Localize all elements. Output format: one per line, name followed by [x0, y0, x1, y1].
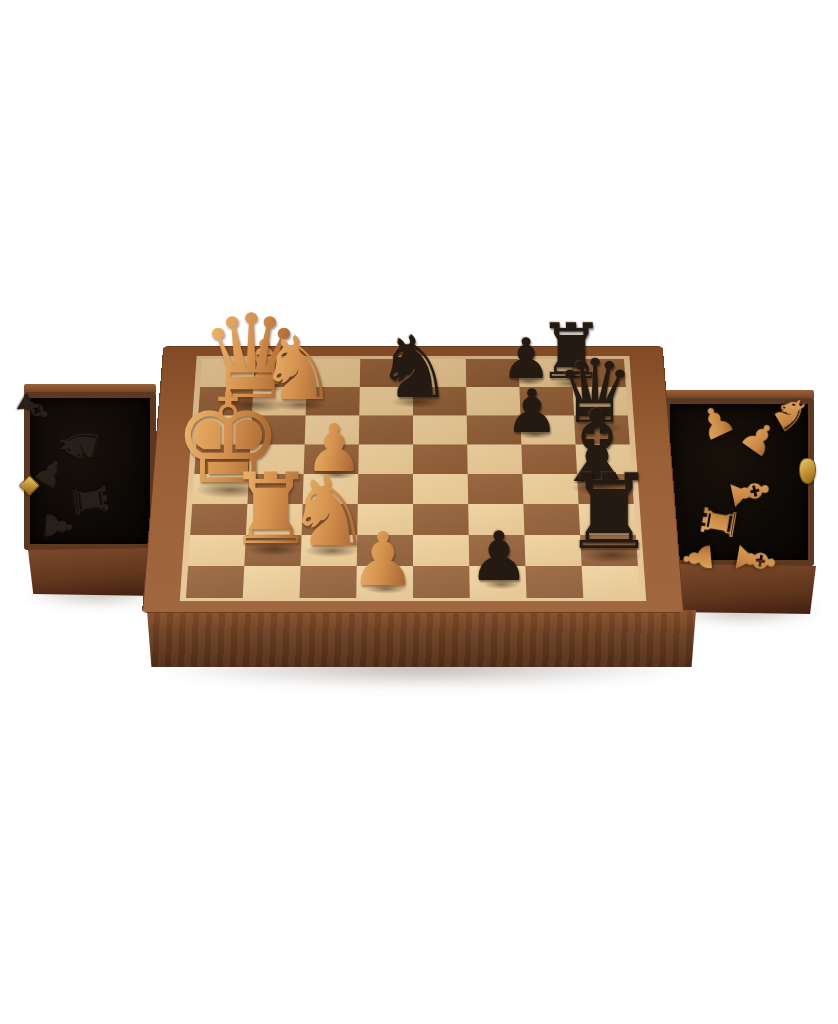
captured-white-piece-right-6: ♟ [678, 539, 719, 576]
product-photo-chess-set: ♟♜♝♞♛♞♛♟♟♝♚♜♞♜♟♟ ♝♞♟♜♟♟♟♞♝♜♝♟ [0, 0, 838, 1024]
square-e3[interactable] [413, 504, 469, 535]
piece-black-pawn-f1[interactable]: ♟ [469, 523, 530, 591]
square-e2[interactable] [413, 535, 469, 566]
piece-black-rook-h2[interactable]: ♜ [562, 460, 655, 564]
chess-box-front-face [147, 610, 696, 667]
square-f5[interactable] [467, 444, 522, 474]
captured-white-piece-right-5: ♝ [726, 533, 785, 588]
captured-black-piece-left-4: ♟ [39, 508, 78, 543]
piece-black-knight-d7[interactable]: ♞ [375, 324, 452, 410]
piece-black-pawn-f6[interactable]: ♟ [505, 381, 559, 441]
tray-left-front-face [28, 548, 160, 596]
square-a1[interactable] [186, 566, 244, 598]
square-d6[interactable] [359, 415, 413, 444]
square-f4[interactable] [468, 474, 524, 504]
square-e4[interactable] [413, 474, 468, 504]
square-e1[interactable] [413, 566, 470, 598]
square-e6[interactable] [413, 415, 467, 444]
piece-white-pawn-d1[interactable]: ♟ [350, 522, 416, 596]
brass-latch-right-icon [799, 458, 816, 484]
square-c1[interactable] [299, 566, 356, 598]
square-b1[interactable] [243, 566, 301, 598]
square-e5[interactable] [413, 444, 468, 474]
